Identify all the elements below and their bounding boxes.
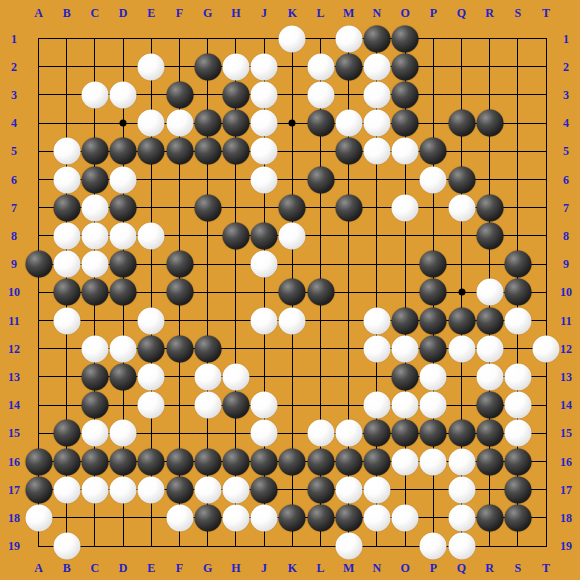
black-stone xyxy=(25,476,52,503)
row-label: 5 xyxy=(563,145,569,157)
row-label: 16 xyxy=(560,456,572,468)
black-stone xyxy=(166,251,193,278)
white-stone xyxy=(251,504,278,531)
column-label: C xyxy=(91,562,100,574)
white-stone xyxy=(194,392,221,419)
black-stone xyxy=(448,166,475,193)
black-stone xyxy=(504,251,531,278)
white-stone xyxy=(504,363,531,390)
white-stone xyxy=(138,222,165,249)
black-stone xyxy=(335,194,362,221)
white-stone xyxy=(448,476,475,503)
black-stone xyxy=(392,25,419,52)
white-stone xyxy=(251,420,278,447)
black-stone xyxy=(194,110,221,137)
white-stone xyxy=(392,194,419,221)
white-stone xyxy=(335,476,362,503)
black-stone xyxy=(194,335,221,362)
white-stone xyxy=(363,307,390,334)
black-stone xyxy=(110,448,137,475)
black-stone xyxy=(420,138,447,165)
white-stone xyxy=(110,222,137,249)
column-label: H xyxy=(231,562,240,574)
column-label: A xyxy=(34,7,43,19)
white-stone xyxy=(251,81,278,108)
black-stone xyxy=(138,335,165,362)
column-label: K xyxy=(288,562,297,574)
board-grid-line xyxy=(38,405,547,406)
black-stone xyxy=(448,307,475,334)
white-stone xyxy=(251,53,278,80)
row-label: 5 xyxy=(11,145,17,157)
black-stone xyxy=(138,138,165,165)
black-stone xyxy=(504,504,531,531)
column-label: E xyxy=(147,562,155,574)
white-stone xyxy=(335,420,362,447)
white-stone xyxy=(251,251,278,278)
black-stone xyxy=(110,251,137,278)
black-stone xyxy=(81,392,108,419)
column-label: S xyxy=(515,562,522,574)
column-label: R xyxy=(485,7,494,19)
black-stone xyxy=(222,81,249,108)
black-stone xyxy=(81,279,108,306)
white-stone xyxy=(448,533,475,560)
white-stone xyxy=(363,138,390,165)
black-stone xyxy=(392,81,419,108)
row-label: 11 xyxy=(560,315,571,327)
row-label: 6 xyxy=(11,174,17,186)
black-stone xyxy=(53,448,80,475)
white-stone xyxy=(448,448,475,475)
white-stone xyxy=(110,81,137,108)
black-stone xyxy=(476,222,503,249)
column-label: O xyxy=(400,562,409,574)
row-label: 8 xyxy=(563,230,569,242)
column-label: J xyxy=(261,562,267,574)
row-label: 3 xyxy=(11,89,17,101)
white-stone xyxy=(392,138,419,165)
black-stone xyxy=(476,504,503,531)
black-stone xyxy=(476,392,503,419)
black-stone xyxy=(25,251,52,278)
row-label: 3 xyxy=(563,89,569,101)
white-stone xyxy=(420,448,447,475)
white-stone xyxy=(335,25,362,52)
white-stone xyxy=(504,307,531,334)
column-label: B xyxy=(63,7,71,19)
white-stone xyxy=(110,335,137,362)
black-stone xyxy=(110,138,137,165)
black-stone xyxy=(166,448,193,475)
row-label: 18 xyxy=(8,512,20,524)
white-stone xyxy=(363,476,390,503)
white-stone xyxy=(504,392,531,419)
white-stone xyxy=(53,138,80,165)
white-stone xyxy=(53,166,80,193)
column-label: P xyxy=(430,7,437,19)
column-label: K xyxy=(288,7,297,19)
black-stone xyxy=(363,448,390,475)
black-stone xyxy=(251,222,278,249)
column-label: R xyxy=(485,562,494,574)
column-label: G xyxy=(203,562,212,574)
black-stone xyxy=(335,504,362,531)
column-label: M xyxy=(343,7,354,19)
white-stone xyxy=(392,448,419,475)
black-stone xyxy=(279,448,306,475)
column-label: T xyxy=(542,7,550,19)
row-label: 4 xyxy=(563,117,569,129)
black-stone xyxy=(307,476,334,503)
white-stone xyxy=(504,420,531,447)
black-stone xyxy=(504,448,531,475)
black-stone xyxy=(392,307,419,334)
black-stone xyxy=(392,110,419,137)
black-stone xyxy=(110,279,137,306)
white-stone xyxy=(138,392,165,419)
black-stone xyxy=(194,448,221,475)
black-stone xyxy=(307,279,334,306)
white-stone xyxy=(363,53,390,80)
black-stone xyxy=(335,448,362,475)
column-label: N xyxy=(373,562,382,574)
white-stone xyxy=(251,138,278,165)
black-stone xyxy=(81,166,108,193)
white-stone xyxy=(222,53,249,80)
white-stone xyxy=(53,251,80,278)
black-stone xyxy=(166,279,193,306)
white-stone xyxy=(307,81,334,108)
black-stone xyxy=(363,420,390,447)
white-stone xyxy=(222,363,249,390)
column-label: L xyxy=(316,7,324,19)
black-stone xyxy=(222,392,249,419)
black-stone xyxy=(363,25,390,52)
black-stone xyxy=(504,279,531,306)
black-stone xyxy=(392,53,419,80)
white-stone xyxy=(81,476,108,503)
column-label: N xyxy=(373,7,382,19)
star-point xyxy=(120,120,127,127)
white-stone xyxy=(448,335,475,362)
white-stone xyxy=(81,420,108,447)
row-label: 10 xyxy=(8,286,20,298)
row-label: 13 xyxy=(8,371,20,383)
row-label: 12 xyxy=(560,343,572,355)
column-label: H xyxy=(231,7,240,19)
row-label: 18 xyxy=(560,512,572,524)
row-label: 8 xyxy=(11,230,17,242)
black-stone xyxy=(81,448,108,475)
row-label: 15 xyxy=(560,427,572,439)
black-stone xyxy=(251,448,278,475)
black-stone xyxy=(110,363,137,390)
black-stone xyxy=(222,222,249,249)
row-label: 9 xyxy=(11,258,17,270)
column-label: D xyxy=(119,562,128,574)
black-stone xyxy=(476,307,503,334)
black-stone xyxy=(392,363,419,390)
white-stone xyxy=(476,363,503,390)
row-label: 15 xyxy=(8,427,20,439)
black-stone xyxy=(448,110,475,137)
white-stone xyxy=(138,307,165,334)
white-stone xyxy=(53,222,80,249)
black-stone xyxy=(110,194,137,221)
row-label: 7 xyxy=(11,202,17,214)
white-stone xyxy=(307,420,334,447)
white-stone xyxy=(251,110,278,137)
row-label: 12 xyxy=(8,343,20,355)
white-stone xyxy=(363,392,390,419)
column-label: F xyxy=(176,562,183,574)
column-label: G xyxy=(203,7,212,19)
white-stone xyxy=(53,533,80,560)
black-stone xyxy=(307,166,334,193)
row-label: 1 xyxy=(11,33,17,45)
column-label: B xyxy=(63,562,71,574)
white-stone xyxy=(392,504,419,531)
white-stone xyxy=(81,251,108,278)
white-stone xyxy=(335,110,362,137)
black-stone xyxy=(53,420,80,447)
column-label: Q xyxy=(457,562,466,574)
white-stone xyxy=(251,307,278,334)
white-stone xyxy=(420,363,447,390)
row-label: 9 xyxy=(563,258,569,270)
black-stone xyxy=(279,504,306,531)
white-stone xyxy=(279,25,306,52)
white-stone xyxy=(81,222,108,249)
column-label: P xyxy=(430,562,437,574)
row-label: 2 xyxy=(11,61,17,73)
black-stone xyxy=(194,504,221,531)
row-label: 16 xyxy=(8,456,20,468)
black-stone xyxy=(81,363,108,390)
white-stone xyxy=(279,307,306,334)
column-label: J xyxy=(261,7,267,19)
white-stone xyxy=(251,392,278,419)
white-stone xyxy=(110,420,137,447)
black-stone xyxy=(448,420,475,447)
row-label: 11 xyxy=(8,315,19,327)
black-stone xyxy=(420,420,447,447)
white-stone xyxy=(476,279,503,306)
black-stone xyxy=(222,138,249,165)
white-stone xyxy=(53,476,80,503)
star-point xyxy=(458,289,465,296)
black-stone xyxy=(222,110,249,137)
black-stone xyxy=(251,476,278,503)
black-stone xyxy=(81,138,108,165)
white-stone xyxy=(110,476,137,503)
row-label: 7 xyxy=(563,202,569,214)
row-label: 14 xyxy=(8,399,20,411)
black-stone xyxy=(476,448,503,475)
white-stone xyxy=(25,504,52,531)
white-stone xyxy=(392,335,419,362)
white-stone xyxy=(194,476,221,503)
row-label: 19 xyxy=(560,540,572,552)
column-label: A xyxy=(34,562,43,574)
row-label: 4 xyxy=(11,117,17,129)
white-stone xyxy=(279,222,306,249)
white-stone xyxy=(420,166,447,193)
row-label: 17 xyxy=(8,484,20,496)
white-stone xyxy=(363,81,390,108)
black-stone xyxy=(420,307,447,334)
black-stone xyxy=(476,110,503,137)
black-stone xyxy=(25,448,52,475)
row-label: 2 xyxy=(563,61,569,73)
go-board-screen: ABCDEFGHJKLMNOPQRST ABCDEFGHJKLMNOPQRST … xyxy=(0,0,580,580)
column-label: L xyxy=(316,562,324,574)
black-stone xyxy=(335,53,362,80)
white-stone xyxy=(194,363,221,390)
white-stone xyxy=(166,110,193,137)
white-stone xyxy=(81,81,108,108)
black-stone xyxy=(392,420,419,447)
row-label: 6 xyxy=(563,174,569,186)
black-stone xyxy=(476,420,503,447)
black-stone xyxy=(194,138,221,165)
black-stone xyxy=(420,279,447,306)
column-label: C xyxy=(91,7,100,19)
black-stone xyxy=(166,476,193,503)
row-label: 10 xyxy=(560,286,572,298)
white-stone xyxy=(307,53,334,80)
white-stone xyxy=(81,194,108,221)
white-stone xyxy=(138,53,165,80)
white-stone xyxy=(363,335,390,362)
column-label: O xyxy=(400,7,409,19)
black-stone xyxy=(138,448,165,475)
row-label: 19 xyxy=(8,540,20,552)
board-grid-line xyxy=(546,38,547,547)
black-stone xyxy=(166,138,193,165)
black-stone xyxy=(420,251,447,278)
row-label: 17 xyxy=(560,484,572,496)
black-stone xyxy=(222,448,249,475)
black-stone xyxy=(476,194,503,221)
white-stone xyxy=(251,166,278,193)
white-stone xyxy=(53,307,80,334)
black-stone xyxy=(53,194,80,221)
row-label: 1 xyxy=(563,33,569,45)
black-stone xyxy=(307,448,334,475)
white-stone xyxy=(448,194,475,221)
column-label: T xyxy=(542,562,550,574)
black-stone xyxy=(166,335,193,362)
black-stone xyxy=(166,81,193,108)
white-stone xyxy=(363,504,390,531)
column-label: S xyxy=(515,7,522,19)
white-stone xyxy=(110,166,137,193)
star-point xyxy=(289,120,296,127)
white-stone xyxy=(363,110,390,137)
column-label: E xyxy=(147,7,155,19)
black-stone xyxy=(420,335,447,362)
black-stone xyxy=(504,476,531,503)
black-stone xyxy=(307,110,334,137)
white-stone xyxy=(166,504,193,531)
row-label: 14 xyxy=(560,399,572,411)
white-stone xyxy=(138,363,165,390)
white-stone xyxy=(222,476,249,503)
white-stone xyxy=(138,110,165,137)
white-stone xyxy=(533,335,560,362)
white-stone xyxy=(448,504,475,531)
black-stone xyxy=(194,194,221,221)
black-stone xyxy=(307,504,334,531)
column-label: F xyxy=(176,7,183,19)
white-stone xyxy=(392,392,419,419)
white-stone xyxy=(476,335,503,362)
black-stone xyxy=(335,138,362,165)
white-stone xyxy=(420,392,447,419)
black-stone xyxy=(53,279,80,306)
white-stone xyxy=(335,533,362,560)
black-stone xyxy=(194,53,221,80)
white-stone xyxy=(420,533,447,560)
black-stone xyxy=(279,279,306,306)
white-stone xyxy=(222,504,249,531)
column-label: D xyxy=(119,7,128,19)
white-stone xyxy=(138,476,165,503)
column-label: M xyxy=(343,562,354,574)
black-stone xyxy=(279,194,306,221)
white-stone xyxy=(81,335,108,362)
column-label: Q xyxy=(457,7,466,19)
row-label: 13 xyxy=(560,371,572,383)
